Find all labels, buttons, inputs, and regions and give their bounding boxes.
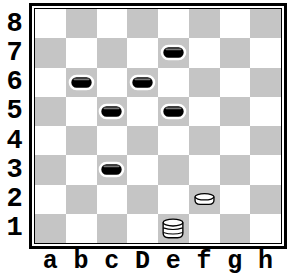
square-c6[interactable] [97,68,128,97]
file-label-b: b [66,248,97,275]
square-f3[interactable] [189,155,220,184]
square-g5[interactable] [220,97,251,126]
square-c3[interactable] [97,155,128,184]
checkers-diagram: 87654321 abcDefgh [0,0,290,276]
rank-label-3: 3 [0,155,29,184]
rank-label-2: 2 [0,185,29,214]
square-e7[interactable] [158,38,189,67]
file-label-e: e [158,248,189,275]
rank-labels: 87654321 [0,9,29,243]
square-a1[interactable] [35,214,66,243]
square-a3[interactable] [35,155,66,184]
rank-label-5: 5 [0,97,29,126]
square-e4[interactable] [158,126,189,155]
square-c1[interactable] [97,214,128,243]
square-e1[interactable] [158,214,189,243]
square-g8[interactable] [220,9,251,38]
square-c2[interactable] [97,185,128,214]
square-b7[interactable] [66,38,97,67]
square-c4[interactable] [97,126,128,155]
square-b5[interactable] [66,97,97,126]
square-e2[interactable] [158,185,189,214]
square-d8[interactable] [127,9,158,38]
square-g1[interactable] [220,214,251,243]
file-label-a: a [35,248,66,275]
square-a4[interactable] [35,126,66,155]
square-h4[interactable] [250,126,281,155]
square-f6[interactable] [189,68,220,97]
square-g6[interactable] [220,68,251,97]
square-b8[interactable] [66,9,97,38]
square-a6[interactable] [35,68,66,97]
file-label-h: h [250,248,281,275]
square-g7[interactable] [220,38,251,67]
black-man-b6[interactable] [68,74,95,91]
square-f7[interactable] [189,38,220,67]
square-b6[interactable] [66,68,97,97]
square-c8[interactable] [97,9,128,38]
square-c7[interactable] [97,38,128,67]
black-man-d6[interactable] [129,74,156,91]
square-d7[interactable] [127,38,158,67]
white-man-f2[interactable] [194,192,215,206]
square-h7[interactable] [250,38,281,67]
square-h2[interactable] [250,185,281,214]
square-a8[interactable] [35,9,66,38]
square-g4[interactable] [220,126,251,155]
black-man-e5[interactable] [160,103,187,120]
square-g2[interactable] [220,185,251,214]
square-e3[interactable] [158,155,189,184]
square-b3[interactable] [66,155,97,184]
square-b1[interactable] [66,214,97,243]
rank-label-8: 8 [0,9,29,38]
square-d4[interactable] [127,126,158,155]
square-f2[interactable] [189,185,220,214]
square-h8[interactable] [250,9,281,38]
rank-label-6: 6 [0,68,29,97]
checkers-board [34,8,282,244]
square-a2[interactable] [35,185,66,214]
file-labels: abcDefgh [35,248,281,275]
square-d1[interactable] [127,214,158,243]
file-label-c: c [97,248,128,275]
rank-label-7: 7 [0,38,29,67]
black-man-c3[interactable] [98,161,125,178]
square-e5[interactable] [158,97,189,126]
square-f1[interactable] [189,214,220,243]
square-h6[interactable] [250,68,281,97]
square-h5[interactable] [250,97,281,126]
square-h1[interactable] [250,214,281,243]
square-a7[interactable] [35,38,66,67]
square-f4[interactable] [189,126,220,155]
square-b4[interactable] [66,126,97,155]
square-a5[interactable] [35,97,66,126]
square-d6[interactable] [127,68,158,97]
board-frame [29,3,287,249]
black-man-e7[interactable] [160,44,187,61]
square-d5[interactable] [127,97,158,126]
square-g3[interactable] [220,155,251,184]
square-d3[interactable] [127,155,158,184]
square-f5[interactable] [189,97,220,126]
black-man-c5[interactable] [98,103,125,120]
square-d2[interactable] [127,185,158,214]
rank-label-4: 4 [0,126,29,155]
rank-label-1: 1 [0,214,29,243]
file-label-f: f [189,248,220,275]
square-c5[interactable] [97,97,128,126]
square-b2[interactable] [66,185,97,214]
file-label-d: D [127,248,158,275]
file-label-g: g [220,248,251,275]
square-f8[interactable] [189,9,220,38]
square-e6[interactable] [158,68,189,97]
square-h3[interactable] [250,155,281,184]
square-e8[interactable] [158,9,189,38]
white-king-e1[interactable] [162,218,184,239]
